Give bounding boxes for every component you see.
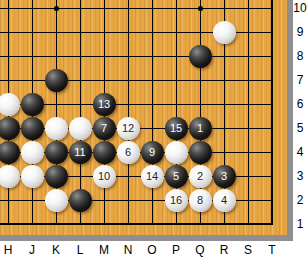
move-number-14: 14 bbox=[141, 165, 164, 188]
stone-n5-white[interactable]: 12 bbox=[117, 117, 140, 140]
move-number-8: 8 bbox=[189, 189, 212, 212]
stone-j6-black[interactable] bbox=[21, 93, 44, 116]
col-label-p: P bbox=[164, 243, 188, 257]
stone-h3-white[interactable] bbox=[0, 165, 20, 188]
screen: 13712151116910145231684 HJKLMNOPQRST 109… bbox=[0, 0, 308, 260]
stone-k3-black[interactable] bbox=[45, 165, 68, 188]
stone-p5-black[interactable]: 15 bbox=[165, 117, 188, 140]
stone-q5-black[interactable]: 1 bbox=[189, 117, 212, 140]
grid-hline-7 bbox=[0, 80, 273, 81]
move-number-1: 1 bbox=[189, 117, 212, 140]
row-label-4: 4 bbox=[292, 145, 308, 159]
stone-h6-white[interactable] bbox=[0, 93, 20, 116]
stone-j3-white[interactable] bbox=[21, 165, 44, 188]
stone-q3-white[interactable]: 2 bbox=[189, 165, 212, 188]
col-label-h: H bbox=[0, 243, 20, 257]
stone-q8-black[interactable] bbox=[189, 45, 212, 68]
col-label-s: S bbox=[236, 243, 260, 257]
move-number-13: 13 bbox=[93, 93, 116, 116]
move-number-9: 9 bbox=[141, 141, 164, 164]
row-label-8: 8 bbox=[292, 49, 308, 63]
col-label-j: J bbox=[20, 243, 44, 257]
stone-p4-white[interactable] bbox=[165, 141, 188, 164]
grid-vline-N bbox=[128, 0, 129, 225]
row-label-10: 10 bbox=[292, 1, 308, 15]
grid-vline-T bbox=[271, 0, 273, 225]
row-label-7: 7 bbox=[292, 73, 308, 87]
stone-m4-black[interactable] bbox=[93, 141, 116, 164]
stone-o3-white[interactable]: 14 bbox=[141, 165, 164, 188]
move-number-12: 12 bbox=[117, 117, 140, 140]
stone-o4-black[interactable]: 9 bbox=[141, 141, 164, 164]
stone-m3-white[interactable]: 10 bbox=[93, 165, 116, 188]
stone-j4-white[interactable] bbox=[21, 141, 44, 164]
grid-vline-S bbox=[248, 0, 249, 225]
row-label-1: 1 bbox=[292, 217, 308, 231]
board-border-bottom bbox=[0, 235, 293, 241]
move-number-3: 3 bbox=[213, 165, 236, 188]
move-number-7: 7 bbox=[93, 117, 116, 140]
row-label-3: 3 bbox=[292, 169, 308, 183]
stone-m5-black[interactable]: 7 bbox=[93, 117, 116, 140]
col-label-k: K bbox=[44, 243, 68, 257]
col-label-q: Q bbox=[188, 243, 212, 257]
col-label-m: M bbox=[92, 243, 116, 257]
col-label-l: L bbox=[68, 243, 92, 257]
stone-m6-black[interactable]: 13 bbox=[93, 93, 116, 116]
row-label-2: 2 bbox=[292, 193, 308, 207]
col-label-o: O bbox=[140, 243, 164, 257]
stone-r3-black[interactable]: 3 bbox=[213, 165, 236, 188]
stone-n4-white[interactable]: 6 bbox=[117, 141, 140, 164]
stone-h4-black[interactable] bbox=[0, 141, 20, 164]
stone-k2-white[interactable] bbox=[45, 189, 68, 212]
stone-k4-black[interactable] bbox=[45, 141, 68, 164]
star-point-q10 bbox=[198, 6, 203, 11]
move-number-4: 4 bbox=[213, 189, 236, 212]
move-number-16: 16 bbox=[165, 189, 188, 212]
stone-q2-white[interactable]: 8 bbox=[189, 189, 212, 212]
stone-p2-white[interactable]: 16 bbox=[165, 189, 188, 212]
stone-k5-white[interactable] bbox=[45, 117, 68, 140]
move-number-11: 11 bbox=[69, 141, 92, 164]
stone-h5-black[interactable] bbox=[0, 117, 20, 140]
col-label-r: R bbox=[212, 243, 236, 257]
stone-p3-black[interactable]: 5 bbox=[165, 165, 188, 188]
stone-j5-black[interactable] bbox=[21, 117, 44, 140]
grid-vline-O bbox=[152, 0, 153, 225]
col-label-t: T bbox=[260, 243, 284, 257]
stone-k7-black[interactable] bbox=[45, 69, 68, 92]
stone-r2-white[interactable]: 4 bbox=[213, 189, 236, 212]
grid-hline-10 bbox=[0, 8, 273, 9]
move-number-5: 5 bbox=[165, 165, 188, 188]
grid-hline-8 bbox=[0, 56, 273, 57]
row-label-9: 9 bbox=[292, 25, 308, 39]
star-point-k10 bbox=[54, 6, 59, 11]
stone-l2-black[interactable] bbox=[69, 189, 92, 212]
col-label-n: N bbox=[116, 243, 140, 257]
move-number-15: 15 bbox=[165, 117, 188, 140]
stone-r9-white[interactable] bbox=[213, 21, 236, 44]
move-number-10: 10 bbox=[93, 165, 116, 188]
row-label-6: 6 bbox=[292, 97, 308, 111]
stone-l5-white[interactable] bbox=[69, 117, 92, 140]
move-number-2: 2 bbox=[189, 165, 212, 188]
stone-l4-black[interactable]: 11 bbox=[69, 141, 92, 164]
row-label-5: 5 bbox=[292, 121, 308, 135]
stone-q4-black[interactable] bbox=[189, 141, 212, 164]
move-number-6: 6 bbox=[117, 141, 140, 164]
grid-hline-1 bbox=[0, 223, 273, 225]
